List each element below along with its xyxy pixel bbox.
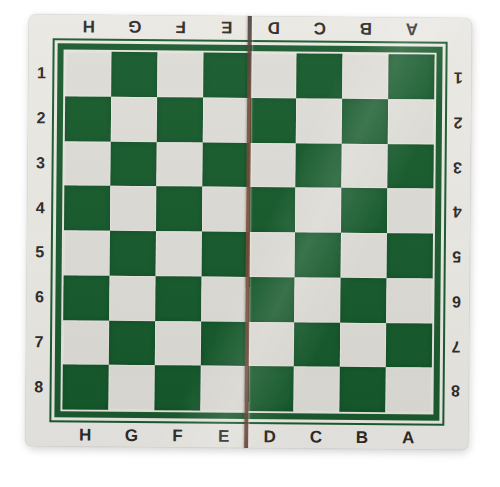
- square-d1: [250, 53, 297, 98]
- square-d4: [249, 187, 296, 232]
- file-label-top-c: C: [296, 16, 342, 40]
- square-b4: [341, 188, 388, 233]
- file-label-top-e: E: [204, 16, 250, 40]
- square-h6: [63, 275, 110, 320]
- rank-label-right-6: 6: [444, 278, 468, 323]
- file-label-bottom-b: B: [339, 425, 385, 449]
- square-a5: [386, 233, 433, 278]
- square-d3: [249, 143, 296, 188]
- square-c1: [296, 53, 343, 98]
- square-e4: [202, 187, 249, 232]
- square-a7: [386, 323, 433, 368]
- file-label-top-f: F: [158, 15, 204, 39]
- square-b6: [340, 278, 387, 323]
- square-g8: [109, 365, 156, 410]
- square-e7: [201, 321, 248, 366]
- square-b2: [342, 99, 389, 144]
- square-g4: [110, 186, 157, 231]
- square-a1: [388, 54, 435, 99]
- square-d5: [248, 232, 295, 277]
- rank-label-left-6: 6: [27, 275, 51, 320]
- rank-label-right-3: 3: [445, 144, 469, 189]
- rank-label-right-1: 1: [446, 55, 470, 100]
- rank-label-right-2: 2: [446, 99, 470, 144]
- file-label-bottom-d: D: [247, 424, 293, 448]
- square-h3: [64, 141, 111, 186]
- square-b8: [339, 367, 386, 412]
- square-e1: [204, 53, 251, 98]
- file-label-top-a: A: [389, 17, 435, 41]
- chess-board: HGFEDCBA HGFEDCBA 12345678 12345678: [25, 14, 472, 450]
- square-e5: [202, 232, 249, 277]
- file-label-bottom-f: F: [154, 423, 200, 447]
- square-h8: [62, 365, 109, 410]
- file-label-bottom-g: G: [108, 423, 154, 447]
- square-b5: [340, 233, 387, 278]
- square-g1: [111, 52, 158, 97]
- square-f5: [156, 231, 203, 276]
- rank-label-left-5: 5: [28, 230, 52, 275]
- file-label-bottom-h: H: [62, 422, 108, 446]
- square-a2: [388, 99, 435, 144]
- rank-label-right-8: 8: [443, 368, 467, 413]
- square-c8: [293, 367, 340, 412]
- square-f7: [155, 321, 202, 366]
- square-c6: [294, 277, 341, 322]
- square-f8: [155, 365, 202, 410]
- square-h2: [65, 96, 112, 141]
- square-b1: [342, 54, 389, 99]
- square-e6: [202, 276, 249, 321]
- rank-label-right-7: 7: [444, 323, 468, 368]
- rank-label-left-1: 1: [29, 51, 53, 96]
- square-g7: [109, 320, 156, 365]
- square-e8: [201, 366, 248, 411]
- square-f3: [157, 142, 204, 187]
- square-g3: [111, 141, 158, 186]
- square-f2: [157, 97, 204, 142]
- square-d8: [247, 366, 294, 411]
- square-a3: [387, 144, 434, 189]
- file-label-top-g: G: [112, 15, 158, 39]
- photo-background: HGFEDCBA HGFEDCBA 12345678 12345678: [0, 0, 500, 487]
- square-f6: [155, 276, 202, 321]
- square-c2: [295, 98, 342, 143]
- rank-label-right-5: 5: [445, 234, 469, 279]
- square-h1: [65, 51, 112, 96]
- square-c5: [294, 232, 341, 277]
- square-g5: [110, 231, 157, 276]
- square-d2: [249, 98, 296, 143]
- square-d7: [247, 321, 294, 366]
- square-g2: [111, 97, 158, 142]
- rank-label-left-7: 7: [27, 320, 51, 365]
- square-f1: [157, 52, 204, 97]
- rank-label-left-2: 2: [29, 96, 53, 141]
- square-a8: [385, 367, 432, 412]
- square-c7: [293, 322, 340, 367]
- square-a4: [387, 188, 434, 233]
- square-h4: [64, 186, 111, 231]
- square-c3: [295, 143, 342, 188]
- square-a6: [386, 278, 433, 323]
- square-e3: [203, 142, 250, 187]
- file-label-top-h: H: [66, 14, 112, 38]
- square-b3: [341, 143, 388, 188]
- square-b7: [340, 322, 387, 367]
- file-label-bottom-e: E: [200, 424, 246, 448]
- square-c4: [295, 188, 342, 233]
- rank-label-right-4: 4: [445, 189, 469, 234]
- file-label-top-d: D: [250, 16, 296, 40]
- square-d6: [248, 277, 295, 322]
- rank-label-left-8: 8: [26, 364, 50, 409]
- square-h7: [63, 320, 110, 365]
- file-label-bottom-a: A: [385, 425, 431, 449]
- square-h5: [64, 230, 111, 275]
- file-label-top-b: B: [342, 17, 388, 41]
- rank-label-left-3: 3: [28, 141, 52, 186]
- rank-label-left-4: 4: [28, 185, 52, 230]
- file-label-bottom-c: C: [293, 424, 339, 448]
- square-e2: [203, 97, 250, 142]
- square-g6: [109, 276, 156, 321]
- rank-labels-right: 12345678: [443, 55, 470, 413]
- square-f4: [156, 186, 203, 231]
